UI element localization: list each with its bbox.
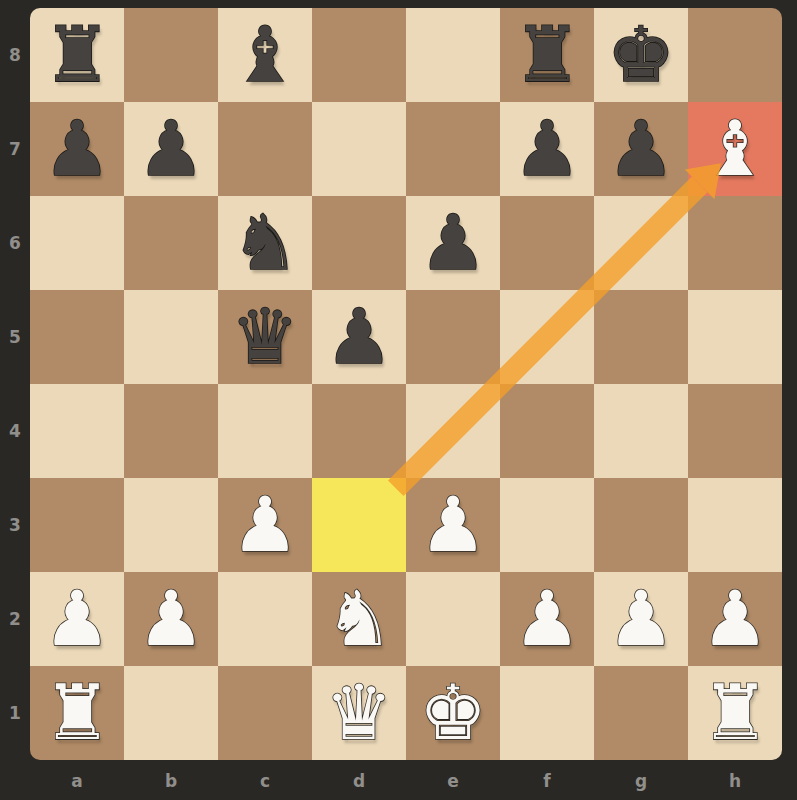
- square-d4[interactable]: [312, 384, 406, 478]
- square-b6[interactable]: [124, 196, 218, 290]
- square-a5[interactable]: [30, 290, 124, 384]
- rank-label-6: 6: [0, 196, 30, 290]
- piece-white-pawn-b2[interactable]: ♟: [137, 581, 205, 657]
- rank-label-7: 7: [0, 102, 30, 196]
- square-h2[interactable]: ♟: [688, 572, 782, 666]
- square-f8[interactable]: ♜: [500, 8, 594, 102]
- piece-white-pawn-g2[interactable]: ♟: [607, 581, 675, 657]
- square-a3[interactable]: [30, 478, 124, 572]
- square-c3[interactable]: ♟: [218, 478, 312, 572]
- square-g3[interactable]: [594, 478, 688, 572]
- piece-black-pawn-f7[interactable]: ♟: [513, 111, 581, 187]
- square-g7[interactable]: ♟: [594, 102, 688, 196]
- square-c7[interactable]: [218, 102, 312, 196]
- square-e2[interactable]: [406, 572, 500, 666]
- square-h3[interactable]: [688, 478, 782, 572]
- square-a1[interactable]: ♜: [30, 666, 124, 760]
- square-d8[interactable]: [312, 8, 406, 102]
- square-c4[interactable]: [218, 384, 312, 478]
- square-c2[interactable]: [218, 572, 312, 666]
- piece-black-pawn-b7[interactable]: ♟: [137, 111, 205, 187]
- square-e7[interactable]: [406, 102, 500, 196]
- piece-black-pawn-a7[interactable]: ♟: [43, 111, 111, 187]
- piece-white-queen-d1[interactable]: ♛: [325, 675, 393, 751]
- piece-black-pawn-d5[interactable]: ♟: [325, 299, 393, 375]
- square-b8[interactable]: [124, 8, 218, 102]
- square-f3[interactable]: [500, 478, 594, 572]
- square-b7[interactable]: ♟: [124, 102, 218, 196]
- square-a6[interactable]: [30, 196, 124, 290]
- piece-black-pawn-e6[interactable]: ♟: [419, 205, 487, 281]
- square-h7[interactable]: ♝: [688, 102, 782, 196]
- piece-white-pawn-c3[interactable]: ♟: [231, 487, 299, 563]
- piece-white-rook-h1[interactable]: ♜: [701, 675, 769, 751]
- rank-label-8: 8: [0, 8, 30, 102]
- square-f1[interactable]: [500, 666, 594, 760]
- piece-white-pawn-h2[interactable]: ♟: [701, 581, 769, 657]
- piece-black-king-g8[interactable]: ♚: [607, 17, 675, 93]
- square-g5[interactable]: [594, 290, 688, 384]
- square-d7[interactable]: [312, 102, 406, 196]
- square-g2[interactable]: ♟: [594, 572, 688, 666]
- square-g4[interactable]: [594, 384, 688, 478]
- file-label-d: d: [312, 762, 406, 800]
- file-label-e: e: [406, 762, 500, 800]
- rank-labels: 87654321: [0, 8, 30, 760]
- square-h6[interactable]: [688, 196, 782, 290]
- rank-label-4: 4: [0, 384, 30, 478]
- piece-white-pawn-a2[interactable]: ♟: [43, 581, 111, 657]
- square-e3[interactable]: ♟: [406, 478, 500, 572]
- square-h4[interactable]: [688, 384, 782, 478]
- square-b4[interactable]: [124, 384, 218, 478]
- file-label-c: c: [218, 762, 312, 800]
- square-c1[interactable]: [218, 666, 312, 760]
- file-label-h: h: [688, 762, 782, 800]
- piece-black-rook-f8[interactable]: ♜: [513, 17, 581, 93]
- square-f4[interactable]: [500, 384, 594, 478]
- square-d2[interactable]: ♞: [312, 572, 406, 666]
- piece-black-queen-c5[interactable]: ♛: [231, 299, 299, 375]
- file-label-g: g: [594, 762, 688, 800]
- square-e1[interactable]: ♚: [406, 666, 500, 760]
- rank-label-3: 3: [0, 478, 30, 572]
- file-label-f: f: [500, 762, 594, 800]
- square-g8[interactable]: ♚: [594, 8, 688, 102]
- square-h5[interactable]: [688, 290, 782, 384]
- square-a4[interactable]: [30, 384, 124, 478]
- file-label-b: b: [124, 762, 218, 800]
- square-f6[interactable]: [500, 196, 594, 290]
- square-d6[interactable]: [312, 196, 406, 290]
- file-label-a: a: [30, 762, 124, 800]
- piece-black-bishop-c8[interactable]: ♝: [231, 17, 299, 93]
- file-labels: abcdefgh: [30, 762, 782, 800]
- chess-app: 87654321 ♜♝♜♚♟♟♟♟♝♞♟♛♟♟♟♟♟♞♟♟♟♜♛♚♜ abcde…: [0, 0, 797, 800]
- square-b5[interactable]: [124, 290, 218, 384]
- square-d1[interactable]: ♛: [312, 666, 406, 760]
- chess-board[interactable]: ♜♝♜♚♟♟♟♟♝♞♟♛♟♟♟♟♟♞♟♟♟♜♛♚♜: [30, 8, 782, 760]
- square-d3[interactable]: [312, 478, 406, 572]
- square-f7[interactable]: ♟: [500, 102, 594, 196]
- piece-white-pawn-f2[interactable]: ♟: [513, 581, 581, 657]
- square-h8[interactable]: [688, 8, 782, 102]
- square-c6[interactable]: ♞: [218, 196, 312, 290]
- piece-black-rook-a8[interactable]: ♜: [43, 17, 111, 93]
- square-a8[interactable]: ♜: [30, 8, 124, 102]
- piece-black-pawn-g7[interactable]: ♟: [607, 111, 675, 187]
- rank-label-5: 5: [0, 290, 30, 384]
- square-f5[interactable]: [500, 290, 594, 384]
- square-b3[interactable]: [124, 478, 218, 572]
- piece-white-bishop-h7[interactable]: ♝: [701, 111, 769, 187]
- square-h1[interactable]: ♜: [688, 666, 782, 760]
- square-f2[interactable]: ♟: [500, 572, 594, 666]
- square-a2[interactable]: ♟: [30, 572, 124, 666]
- square-c8[interactable]: ♝: [218, 8, 312, 102]
- square-e6[interactable]: ♟: [406, 196, 500, 290]
- square-a7[interactable]: ♟: [30, 102, 124, 196]
- square-b1[interactable]: [124, 666, 218, 760]
- square-e5[interactable]: [406, 290, 500, 384]
- square-g1[interactable]: [594, 666, 688, 760]
- piece-white-pawn-e3[interactable]: ♟: [419, 487, 487, 563]
- piece-white-knight-d2[interactable]: ♞: [325, 581, 393, 657]
- piece-white-rook-a1[interactable]: ♜: [43, 675, 111, 751]
- square-b2[interactable]: ♟: [124, 572, 218, 666]
- rank-label-1: 1: [0, 666, 30, 760]
- rank-label-2: 2: [0, 572, 30, 666]
- square-c5[interactable]: ♛: [218, 290, 312, 384]
- piece-black-knight-c6[interactable]: ♞: [231, 205, 299, 281]
- square-d5[interactable]: ♟: [312, 290, 406, 384]
- square-e8[interactable]: [406, 8, 500, 102]
- square-e4[interactable]: [406, 384, 500, 478]
- piece-white-king-e1[interactable]: ♚: [419, 675, 487, 751]
- square-g6[interactable]: [594, 196, 688, 290]
